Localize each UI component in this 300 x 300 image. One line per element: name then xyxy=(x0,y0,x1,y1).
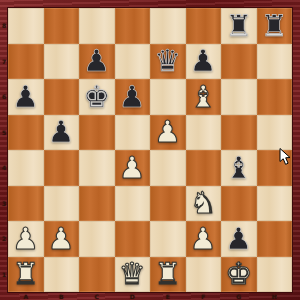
piece-white-bishop-f6[interactable]: ♝ xyxy=(190,82,217,112)
piece-black-pawn-b5[interactable]: ♟ xyxy=(48,117,75,147)
piece-white-pawn-d4[interactable]: ♟ xyxy=(119,153,146,183)
square-g5[interactable] xyxy=(221,115,257,151)
square-a3[interactable] xyxy=(8,186,44,222)
mouse-cursor-icon xyxy=(279,148,291,170)
piece-black-pawn-d6[interactable]: ♟ xyxy=(119,82,146,112)
piece-black-bishop-g4[interactable]: ♝ xyxy=(225,153,252,183)
piece-white-pawn-b2[interactable]: ♟ xyxy=(48,224,75,254)
piece-black-pawn-f7[interactable]: ♟ xyxy=(190,46,217,76)
chess-board-frame: ♜♜♟♛♟♟♚♟♝♟♟♟♝♞♟♟♟♟♜♛♜♚ 87654321 ABCDEFGH xyxy=(0,0,300,300)
square-c2[interactable] xyxy=(79,221,115,257)
rank-labels: 87654321 xyxy=(0,8,8,292)
square-e8[interactable] xyxy=(150,8,186,44)
square-g6[interactable] xyxy=(221,79,257,115)
file-label-h: H xyxy=(257,292,293,300)
square-a1[interactable]: ♜ xyxy=(8,257,44,293)
square-b4[interactable] xyxy=(44,150,80,186)
square-e6[interactable] xyxy=(150,79,186,115)
square-a2[interactable]: ♟ xyxy=(8,221,44,257)
square-h3[interactable] xyxy=(257,186,293,222)
rank-label-4: 4 xyxy=(0,150,8,186)
square-f8[interactable] xyxy=(186,8,222,44)
square-e7[interactable]: ♛ xyxy=(150,44,186,80)
square-d8[interactable] xyxy=(115,8,151,44)
square-c7[interactable]: ♟ xyxy=(79,44,115,80)
square-a4[interactable] xyxy=(8,150,44,186)
piece-white-pawn-a2[interactable]: ♟ xyxy=(12,224,39,254)
square-d5[interactable] xyxy=(115,115,151,151)
rank-label-3: 3 xyxy=(0,186,8,222)
square-h2[interactable] xyxy=(257,221,293,257)
square-g1[interactable]: ♚ xyxy=(221,257,257,293)
square-h7[interactable] xyxy=(257,44,293,80)
square-b8[interactable] xyxy=(44,8,80,44)
square-c6[interactable]: ♚ xyxy=(79,79,115,115)
square-h5[interactable] xyxy=(257,115,293,151)
chess-board: ♜♜♟♛♟♟♚♟♝♟♟♟♝♞♟♟♟♟♜♛♜♚ xyxy=(8,8,292,292)
piece-black-pawn-g2[interactable]: ♟ xyxy=(225,224,252,254)
file-label-d: D xyxy=(115,292,151,300)
square-a6[interactable]: ♟ xyxy=(8,79,44,115)
square-c5[interactable] xyxy=(79,115,115,151)
square-b5[interactable]: ♟ xyxy=(44,115,80,151)
piece-black-pawn-a6[interactable]: ♟ xyxy=(12,82,39,112)
rank-label-1: 1 xyxy=(0,257,8,293)
square-b1[interactable] xyxy=(44,257,80,293)
piece-white-king-g1[interactable]: ♚ xyxy=(225,259,252,289)
rank-label-7: 7 xyxy=(0,44,8,80)
square-c3[interactable] xyxy=(79,186,115,222)
piece-black-rook-g8[interactable]: ♜ xyxy=(225,11,252,41)
square-a5[interactable] xyxy=(8,115,44,151)
piece-white-rook-e1[interactable]: ♜ xyxy=(154,259,181,289)
square-g3[interactable] xyxy=(221,186,257,222)
square-d1[interactable]: ♛ xyxy=(115,257,151,293)
square-f2[interactable]: ♟ xyxy=(186,221,222,257)
piece-black-queen-e7[interactable]: ♛ xyxy=(154,46,181,76)
square-d7[interactable] xyxy=(115,44,151,80)
piece-white-knight-f3[interactable]: ♞ xyxy=(190,188,217,218)
square-d3[interactable] xyxy=(115,186,151,222)
piece-white-pawn-f2[interactable]: ♟ xyxy=(190,224,217,254)
square-b6[interactable] xyxy=(44,79,80,115)
square-h1[interactable] xyxy=(257,257,293,293)
square-e3[interactable] xyxy=(150,186,186,222)
square-b7[interactable] xyxy=(44,44,80,80)
square-c8[interactable] xyxy=(79,8,115,44)
square-h6[interactable] xyxy=(257,79,293,115)
square-g4[interactable]: ♝ xyxy=(221,150,257,186)
square-e4[interactable] xyxy=(150,150,186,186)
piece-black-pawn-c7[interactable]: ♟ xyxy=(83,46,110,76)
square-f3[interactable]: ♞ xyxy=(186,186,222,222)
rank-label-8: 8 xyxy=(0,8,8,44)
square-d2[interactable] xyxy=(115,221,151,257)
piece-white-queen-d1[interactable]: ♛ xyxy=(119,259,146,289)
file-label-g: G xyxy=(221,292,257,300)
square-b2[interactable]: ♟ xyxy=(44,221,80,257)
square-c4[interactable] xyxy=(79,150,115,186)
square-e5[interactable]: ♟ xyxy=(150,115,186,151)
square-c1[interactable] xyxy=(79,257,115,293)
square-d6[interactable]: ♟ xyxy=(115,79,151,115)
square-g7[interactable] xyxy=(221,44,257,80)
file-labels: ABCDEFGH xyxy=(8,292,292,300)
piece-white-rook-a1[interactable]: ♜ xyxy=(12,259,39,289)
file-label-a: A xyxy=(8,292,44,300)
file-label-c: C xyxy=(79,292,115,300)
square-e2[interactable] xyxy=(150,221,186,257)
square-f6[interactable]: ♝ xyxy=(186,79,222,115)
square-a7[interactable] xyxy=(8,44,44,80)
square-h8[interactable]: ♜ xyxy=(257,8,293,44)
square-g2[interactable]: ♟ xyxy=(221,221,257,257)
square-e1[interactable]: ♜ xyxy=(150,257,186,293)
square-b3[interactable] xyxy=(44,186,80,222)
file-label-e: E xyxy=(150,292,186,300)
rank-label-6: 6 xyxy=(0,79,8,115)
file-label-b: B xyxy=(44,292,80,300)
piece-black-rook-h8[interactable]: ♜ xyxy=(261,11,288,41)
rank-label-5: 5 xyxy=(0,115,8,151)
rank-label-2: 2 xyxy=(0,221,8,257)
square-g8[interactable]: ♜ xyxy=(221,8,257,44)
square-f5[interactable] xyxy=(186,115,222,151)
square-a8[interactable] xyxy=(8,8,44,44)
file-label-f: F xyxy=(186,292,222,300)
piece-white-pawn-e5[interactable]: ♟ xyxy=(154,117,181,147)
square-f4[interactable] xyxy=(186,150,222,186)
square-f1[interactable] xyxy=(186,257,222,293)
square-f7[interactable]: ♟ xyxy=(186,44,222,80)
square-d4[interactable]: ♟ xyxy=(115,150,151,186)
piece-black-king-c6[interactable]: ♚ xyxy=(83,82,110,112)
